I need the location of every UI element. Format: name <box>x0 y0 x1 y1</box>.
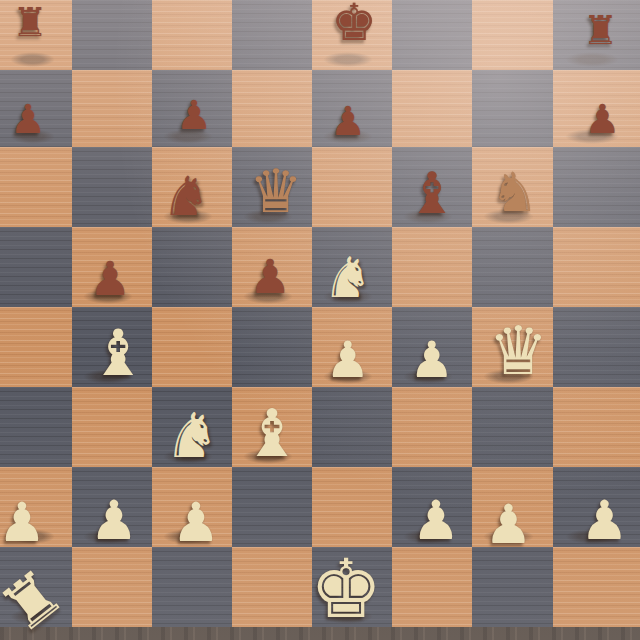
square-c7[interactable]: ♟ <box>152 70 232 147</box>
square-a4[interactable] <box>0 307 72 387</box>
piece-white-pawn[interactable]: ♟ <box>172 497 220 548</box>
square-h8[interactable]: ♜ <box>553 0 640 70</box>
piece-white-queen[interactable]: ♛ <box>488 320 548 384</box>
square-c5[interactable] <box>152 227 232 307</box>
square-d8[interactable] <box>232 0 312 70</box>
square-e3[interactable] <box>312 387 392 467</box>
square-d6[interactable]: ♛ <box>232 147 312 227</box>
square-e4[interactable]: ♟ <box>312 307 392 387</box>
square-d7[interactable] <box>232 70 312 147</box>
square-h4[interactable] <box>553 307 640 387</box>
square-c6[interactable]: ♞ <box>152 147 232 227</box>
square-b2[interactable]: ♟ <box>72 467 152 547</box>
square-a6[interactable] <box>0 147 72 227</box>
square-e6[interactable] <box>312 147 392 227</box>
square-a2[interactable]: ♟ <box>0 467 72 547</box>
piece-black-pawn[interactable]: ♟ <box>249 255 291 300</box>
square-h7[interactable]: ♟ <box>553 70 640 147</box>
piece-black-pawn[interactable]: ♟ <box>330 102 366 140</box>
square-f8[interactable] <box>392 0 472 70</box>
square-c1[interactable] <box>152 547 232 627</box>
square-d1[interactable] <box>232 547 312 627</box>
piece-white-bishop[interactable]: ♝ <box>89 323 146 384</box>
square-b3[interactable] <box>72 387 152 467</box>
piece-black-knight[interactable]: ♞ <box>162 171 210 222</box>
piece-white-bishop[interactable]: ♝ <box>242 403 301 466</box>
square-h1[interactable] <box>553 547 640 627</box>
square-g7[interactable] <box>472 70 553 147</box>
square-h6[interactable] <box>553 147 640 227</box>
piece-white-king[interactable]: ♚ <box>310 551 383 628</box>
piece-white-pawn[interactable]: ♟ <box>326 337 371 385</box>
square-f3[interactable] <box>392 387 472 467</box>
square-h5[interactable] <box>553 227 640 307</box>
piece-black-bishop[interactable]: ♝ <box>406 166 457 220</box>
piece-white-knight[interactable]: ♞ <box>164 407 220 466</box>
square-f4[interactable]: ♟ <box>392 307 472 387</box>
square-e5[interactable]: ♞ <box>312 227 392 307</box>
square-b1[interactable] <box>72 547 152 627</box>
piece-white-pawn[interactable]: ♟ <box>484 499 532 550</box>
square-h3[interactable] <box>553 387 640 467</box>
piece-black-queen[interactable]: ♛ <box>249 163 303 220</box>
square-e2[interactable] <box>312 467 392 547</box>
square-d2[interactable] <box>232 467 312 547</box>
square-a1[interactable]: ♜ <box>0 547 72 627</box>
piece-shadow <box>565 52 619 67</box>
piece-black-knight[interactable]: ♞ <box>490 167 538 218</box>
square-g2[interactable]: ♟ <box>472 467 553 547</box>
square-b5[interactable]: ♟ <box>72 227 152 307</box>
square-b7[interactable] <box>72 70 152 147</box>
square-g3[interactable] <box>472 387 553 467</box>
piece-black-pawn[interactable]: ♟ <box>176 96 212 134</box>
piece-white-pawn[interactable]: ♟ <box>410 337 455 385</box>
piece-shadow <box>323 52 373 67</box>
piece-black-rook[interactable]: ♜ <box>12 3 48 41</box>
piece-white-pawn[interactable]: ♟ <box>412 495 460 546</box>
square-g5[interactable] <box>472 227 553 307</box>
square-c4[interactable] <box>152 307 232 387</box>
square-c8[interactable] <box>152 0 232 70</box>
square-c3[interactable]: ♞ <box>152 387 232 467</box>
square-f7[interactable] <box>392 70 472 147</box>
square-e7[interactable]: ♟ <box>312 70 392 147</box>
piece-white-knight[interactable]: ♞ <box>323 251 373 304</box>
square-d5[interactable]: ♟ <box>232 227 312 307</box>
square-g8[interactable] <box>472 0 553 70</box>
square-a7[interactable]: ♟ <box>0 70 72 147</box>
piece-white-pawn[interactable]: ♟ <box>90 495 138 546</box>
piece-black-pawn[interactable]: ♟ <box>89 257 131 302</box>
square-d3[interactable]: ♝ <box>232 387 312 467</box>
piece-white-pawn[interactable]: ♟ <box>0 497 46 548</box>
square-a3[interactable] <box>0 387 72 467</box>
square-a8[interactable]: ♜ <box>0 0 72 70</box>
square-h2[interactable]: ♟ <box>553 467 640 547</box>
piece-black-king[interactable]: ♚ <box>331 0 377 47</box>
square-g6[interactable]: ♞ <box>472 147 553 227</box>
piece-shadow <box>10 52 55 67</box>
square-e1[interactable]: ♚ <box>312 547 392 627</box>
square-b4[interactable]: ♝ <box>72 307 152 387</box>
square-a5[interactable] <box>0 227 72 307</box>
square-d4[interactable] <box>232 307 312 387</box>
square-b6[interactable] <box>72 147 152 227</box>
square-f1[interactable] <box>392 547 472 627</box>
square-g4[interactable]: ♛ <box>472 307 553 387</box>
piece-black-pawn[interactable]: ♟ <box>10 100 46 138</box>
chess-photo: ♜♚♜♟♟♟♟♞♛♝♞♟♟♞♝♟♟♛♞♝♟♟♟♟♟♟♜♚ <box>0 0 640 640</box>
square-f5[interactable] <box>392 227 472 307</box>
piece-black-pawn[interactable]: ♟ <box>585 100 621 138</box>
square-f6[interactable]: ♝ <box>392 147 472 227</box>
square-e8[interactable]: ♚ <box>312 0 392 70</box>
piece-black-rook[interactable]: ♜ <box>583 11 619 49</box>
piece-white-pawn[interactable]: ♟ <box>580 495 628 546</box>
square-f2[interactable]: ♟ <box>392 467 472 547</box>
chessboard: ♜♚♜♟♟♟♟♞♛♝♞♟♟♞♝♟♟♛♞♝♟♟♟♟♟♟♜♚ <box>0 0 640 627</box>
square-g1[interactable] <box>472 547 553 627</box>
square-c2[interactable]: ♟ <box>152 467 232 547</box>
square-b8[interactable] <box>72 0 152 70</box>
